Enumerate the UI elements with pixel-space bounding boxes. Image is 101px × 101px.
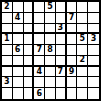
- sudoku-cell-r7c2[interactable]: [13, 67, 24, 78]
- given-digit: 1: [4, 35, 10, 43]
- sudoku-cell-r6c9[interactable]: [88, 56, 99, 67]
- sudoku-cell-r4c1[interactable]: 1: [2, 34, 13, 45]
- sudoku-cell-r6c5[interactable]: [45, 56, 56, 67]
- sudoku-cell-r7c4[interactable]: 4: [34, 67, 45, 78]
- sudoku-cell-r6c2[interactable]: [13, 56, 24, 67]
- sudoku-cell-r4c4[interactable]: [34, 34, 45, 45]
- sudoku-cell-r7c1[interactable]: [2, 67, 13, 78]
- sudoku-cell-r7c8[interactable]: [77, 67, 88, 78]
- sudoku-cell-r3c5[interactable]: [45, 24, 56, 35]
- sudoku-cell-r8c8[interactable]: [77, 77, 88, 88]
- given-digit: 6: [36, 90, 42, 98]
- sudoku-cell-r1c2[interactable]: [13, 2, 24, 13]
- sudoku-cell-r1c1[interactable]: 2: [2, 2, 13, 13]
- sudoku-cell-r3c6[interactable]: 3: [56, 24, 67, 35]
- sudoku-cell-r4c2[interactable]: [13, 34, 24, 45]
- sudoku-cell-r8c4[interactable]: [34, 77, 45, 88]
- given-digit: 7: [69, 14, 75, 22]
- sudoku-cell-r1c4[interactable]: [34, 2, 45, 13]
- sudoku-cell-r9c5[interactable]: [45, 88, 56, 99]
- given-digit: 7: [57, 68, 63, 76]
- given-digit: 7: [36, 46, 42, 54]
- sudoku-cell-r7c5[interactable]: [45, 67, 56, 78]
- sudoku-cell-r8c9[interactable]: [88, 77, 99, 88]
- sudoku-cell-r9c3[interactable]: [24, 88, 35, 99]
- given-digit: 6: [15, 46, 21, 54]
- given-digit: 4: [15, 14, 21, 22]
- sudoku-cell-r8c3[interactable]: [24, 77, 35, 88]
- sudoku-cell-r1c9[interactable]: [88, 2, 99, 13]
- sudoku-cell-r6c6[interactable]: [56, 56, 67, 67]
- sudoku-cell-r5c2[interactable]: 6: [13, 45, 24, 56]
- sudoku-cell-r8c5[interactable]: [45, 77, 56, 88]
- sudoku-cell-r5c1[interactable]: [2, 45, 13, 56]
- sudoku-cell-r3c8[interactable]: [77, 24, 88, 35]
- sudoku-cell-r9c8[interactable]: [77, 88, 88, 99]
- sudoku-cell-r2c7[interactable]: 7: [67, 13, 78, 24]
- sudoku-cell-r5c9[interactable]: [88, 45, 99, 56]
- given-digit: 5: [47, 3, 53, 11]
- sudoku-cell-r5c5[interactable]: 8: [45, 45, 56, 56]
- sudoku-cell-r1c6[interactable]: [56, 2, 67, 13]
- sudoku-cell-r9c2[interactable]: [13, 88, 24, 99]
- sudoku-cell-r2c6[interactable]: [56, 13, 67, 24]
- sudoku-cell-r6c3[interactable]: [24, 56, 35, 67]
- sudoku-cell-r5c6[interactable]: [56, 45, 67, 56]
- given-digit: 9: [69, 68, 75, 76]
- sudoku-cell-r2c4[interactable]: [34, 13, 45, 24]
- sudoku-cell-r3c9[interactable]: [88, 24, 99, 35]
- sudoku-cell-r2c2[interactable]: 4: [13, 13, 24, 24]
- sudoku-cell-r8c7[interactable]: [67, 77, 78, 88]
- sudoku-cell-r2c5[interactable]: [45, 13, 56, 24]
- sudoku-cell-r5c8[interactable]: [77, 45, 88, 56]
- sudoku-cell-r8c1[interactable]: 3: [2, 77, 13, 88]
- given-digit: 3: [91, 35, 97, 43]
- sudoku-cell-r1c7[interactable]: [67, 2, 78, 13]
- sudoku-cell-r4c8[interactable]: 5: [77, 34, 88, 45]
- given-digit: 5: [80, 35, 86, 43]
- sudoku-cell-r9c4[interactable]: 6: [34, 88, 45, 99]
- sudoku-cell-r3c4[interactable]: [34, 24, 45, 35]
- sudoku-cell-r5c3[interactable]: [24, 45, 35, 56]
- sudoku-board: 25473153678247936: [0, 0, 101, 101]
- given-digit: 2: [80, 56, 86, 64]
- sudoku-cell-r1c3[interactable]: [24, 2, 35, 13]
- sudoku-cell-r4c3[interactable]: [24, 34, 35, 45]
- sudoku-cell-r2c9[interactable]: [88, 13, 99, 24]
- sudoku-cell-r8c2[interactable]: [13, 77, 24, 88]
- given-digit: 2: [4, 3, 10, 11]
- given-digit: 8: [47, 46, 53, 54]
- given-digit: 4: [36, 68, 42, 76]
- sudoku-cell-r6c4[interactable]: [34, 56, 45, 67]
- sudoku-cell-r2c8[interactable]: [77, 13, 88, 24]
- sudoku-cell-r4c5[interactable]: [45, 34, 56, 45]
- sudoku-cell-r3c3[interactable]: [24, 24, 35, 35]
- given-digit: 3: [4, 78, 10, 86]
- sudoku-cell-r9c1[interactable]: [2, 88, 13, 99]
- sudoku-cell-r7c3[interactable]: [24, 67, 35, 78]
- sudoku-cell-r3c1[interactable]: [2, 24, 13, 35]
- sudoku-cell-r3c7[interactable]: [67, 24, 78, 35]
- sudoku-cell-r4c7[interactable]: [67, 34, 78, 45]
- sudoku-cell-r7c9[interactable]: [88, 67, 99, 78]
- sudoku-cell-r4c6[interactable]: [56, 34, 67, 45]
- sudoku-cell-r6c8[interactable]: 2: [77, 56, 88, 67]
- sudoku-cell-r2c1[interactable]: [2, 13, 13, 24]
- sudoku-cell-r7c7[interactable]: 9: [67, 67, 78, 78]
- given-digit: 3: [57, 24, 63, 32]
- sudoku-cell-r8c6[interactable]: [56, 77, 67, 88]
- sudoku-cell-r7c6[interactable]: 7: [56, 67, 67, 78]
- sudoku-cell-r1c8[interactable]: [77, 2, 88, 13]
- sudoku-cell-r6c1[interactable]: [2, 56, 13, 67]
- sudoku-cell-r5c4[interactable]: 7: [34, 45, 45, 56]
- sudoku-cell-r9c9[interactable]: [88, 88, 99, 99]
- sudoku-cell-r1c5[interactable]: 5: [45, 2, 56, 13]
- sudoku-cell-r9c7[interactable]: [67, 88, 78, 99]
- sudoku-cell-r4c9[interactable]: 3: [88, 34, 99, 45]
- sudoku-cell-r3c2[interactable]: [13, 24, 24, 35]
- sudoku-cell-r5c7[interactable]: [67, 45, 78, 56]
- sudoku-cell-r2c3[interactable]: [24, 13, 35, 24]
- sudoku-cell-r6c7[interactable]: [67, 56, 78, 67]
- sudoku-cell-r9c6[interactable]: [56, 88, 67, 99]
